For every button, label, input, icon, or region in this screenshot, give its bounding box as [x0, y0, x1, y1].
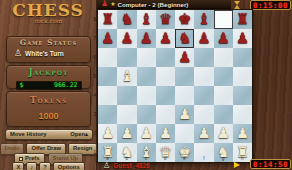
rank-label-1: 1 [90, 143, 96, 162]
jackpot-value: 966.22 [54, 81, 77, 89]
white-pawn: ♟ [233, 124, 252, 143]
red-knight: ♞ [117, 10, 136, 29]
square-c3[interactable] [137, 105, 156, 124]
sound-icon[interactable]: ♪ [26, 162, 37, 170]
rank-labels: 87654321 [90, 10, 96, 162]
square-e4[interactable] [175, 86, 194, 105]
white-bishop: ♝ [117, 67, 136, 86]
white-pawn-player-icon: ♙ [103, 162, 110, 170]
red-king: ♚ [175, 10, 194, 29]
rank-label-5: 5 [90, 67, 96, 86]
square-a7[interactable]: ♟ [98, 29, 117, 48]
square-g4[interactable] [214, 86, 233, 105]
square-b6[interactable] [117, 48, 136, 67]
options-button[interactable]: Options [53, 162, 85, 170]
move-history-open: Open▴ [70, 132, 88, 138]
hourglass-icon [234, 1, 241, 9]
red-pawn: ♟ [98, 29, 117, 48]
red-pawn: ♟ [175, 48, 194, 67]
jackpot-value-display: $ 966.22 [16, 81, 82, 90]
chess-board: ♜♞♝♛♚♝♜♟♟♟♟♞♟♟♟♟♝♟♟♟♟♟♟♟♟♜♞♝♛♚♞♜ [97, 9, 253, 163]
square-c7[interactable]: ♟ [137, 29, 156, 48]
red-bishop: ♝ [137, 10, 156, 29]
square-d6[interactable] [156, 48, 175, 67]
turn-arrow-icon: ▶ [234, 161, 240, 169]
square-c8[interactable]: ♝ [137, 10, 156, 29]
square-h4[interactable] [233, 86, 252, 105]
square-f6[interactable] [194, 48, 213, 67]
square-d4[interactable] [156, 86, 175, 105]
white-pawn: ♟ [98, 124, 117, 143]
square-d2[interactable]: ♟ [156, 124, 175, 143]
red-rook: ♜ [98, 10, 117, 29]
rank-label-8: 8 [90, 10, 96, 29]
help-button[interactable]: ? [39, 162, 51, 170]
jackpot-title: Jackpot [7, 66, 90, 78]
player-name: Guest_4826 [113, 162, 150, 169]
square-g7[interactable]: ♟ [214, 29, 233, 48]
square-b8[interactable]: ♞ [117, 10, 136, 29]
square-c4[interactable] [137, 86, 156, 105]
rank-label-6: 6 [90, 48, 96, 67]
star-icon: ★ [110, 1, 115, 7]
square-a6[interactable] [98, 48, 117, 67]
square-g3[interactable] [214, 105, 233, 124]
square-c5[interactable] [137, 67, 156, 86]
sidebar: CHESS rock.com Game Status ♙ White's Tur… [0, 0, 97, 170]
white-pawn: ♟ [137, 124, 156, 143]
square-f5[interactable] [194, 67, 213, 86]
tokens-panel: Tokens 1000 [6, 91, 91, 127]
opponent-name: Computer - 2 (Beginner) [118, 1, 189, 8]
red-pawn: ♟ [137, 29, 156, 48]
square-e5[interactable] [175, 67, 194, 86]
white-pawn: ♟ [156, 124, 175, 143]
square-f3[interactable] [194, 105, 213, 124]
rank-label-4: 4 [90, 86, 96, 105]
square-h6[interactable] [233, 48, 252, 67]
square-b5[interactable]: ♝ [117, 67, 136, 86]
close-button[interactable]: X [12, 162, 24, 170]
square-e2[interactable] [175, 124, 194, 143]
square-a2[interactable]: ♟ [98, 124, 117, 143]
white-pawn: ♟ [194, 124, 213, 143]
square-c2[interactable]: ♟ [137, 124, 156, 143]
square-c6[interactable] [137, 48, 156, 67]
square-h7[interactable]: ♟ [233, 29, 252, 48]
square-h8[interactable]: ♜ [233, 10, 252, 29]
square-g8[interactable] [214, 10, 233, 29]
red-knight: ♞ [175, 29, 194, 48]
red-pawn: ♟ [156, 29, 175, 48]
rank-label-7: 7 [90, 29, 96, 48]
action-row-3: X ♪ ? Options [0, 162, 97, 170]
opponent-bar: ♟ ★ Computer - 2 (Beginner) [97, 0, 231, 9]
red-pawn: ♟ [233, 29, 252, 48]
red-pawn: ♟ [194, 29, 213, 48]
square-e6[interactable]: ♟ [175, 48, 194, 67]
square-g5[interactable] [214, 67, 233, 86]
rank-label-2: 2 [90, 124, 96, 143]
white-pawn: ♟ [214, 124, 233, 143]
square-d5[interactable] [156, 67, 175, 86]
red-rook: ♜ [233, 10, 252, 29]
app-logo: CHESS rock.com [0, 0, 96, 24]
opponent-clock: 0:15:00 [250, 0, 291, 10]
square-a5[interactable] [98, 67, 117, 86]
square-f7[interactable]: ♟ [194, 29, 213, 48]
square-e8[interactable]: ♚ [175, 10, 194, 29]
red-pawn-icon: ♟ [101, 0, 108, 8]
red-bishop: ♝ [194, 10, 213, 29]
white-pawn-icon: ♙ [14, 49, 22, 58]
square-a8[interactable]: ♜ [98, 10, 117, 29]
square-f8[interactable]: ♝ [194, 10, 213, 29]
chevron-up-icon: ▴ [85, 131, 88, 137]
red-queen: ♛ [156, 10, 175, 29]
white-pawn: ♟ [175, 105, 194, 124]
square-d8[interactable]: ♛ [156, 10, 175, 29]
move-history-label: Move History [10, 132, 46, 138]
square-f4[interactable] [194, 86, 213, 105]
square-d3[interactable] [156, 105, 175, 124]
square-e7[interactable]: ♞ [175, 29, 194, 48]
square-b3[interactable] [117, 105, 136, 124]
square-a4[interactable] [98, 86, 117, 105]
red-pawn: ♟ [117, 29, 136, 48]
square-b7[interactable]: ♟ [117, 29, 136, 48]
game-status-title: Game Status [7, 37, 90, 47]
square-e3[interactable]: ♟ [175, 105, 194, 124]
square-b4[interactable] [117, 86, 136, 105]
square-g2[interactable]: ♟ [214, 124, 233, 143]
red-pawn: ♟ [214, 29, 233, 48]
chess-app-window: CHESS rock.com Game Status ♙ White's Tur… [0, 0, 292, 170]
square-b2[interactable]: ♟ [117, 124, 136, 143]
square-h2[interactable]: ♟ [233, 124, 252, 143]
game-status-panel: Game Status ♙ White's Turn [6, 36, 91, 63]
square-h3[interactable] [233, 105, 252, 124]
square-h5[interactable] [233, 67, 252, 86]
square-f2[interactable]: ♟ [194, 124, 213, 143]
square-a3[interactable] [98, 105, 117, 124]
turn-indicator: White's Turn [25, 50, 64, 57]
white-pawn: ♟ [117, 124, 136, 143]
player-clock: 0:14:50 [250, 159, 291, 169]
jackpot-panel: Jackpot $ 966.22 [6, 65, 91, 89]
prefs-icon [19, 157, 23, 161]
square-g6[interactable] [214, 48, 233, 67]
tokens-title: Tokens [7, 92, 90, 106]
move-history-toggle[interactable]: Move History Open▴ [5, 129, 93, 140]
jackpot-currency: $ [20, 81, 24, 89]
square-d7[interactable]: ♟ [156, 29, 175, 48]
rank-label-3: 3 [90, 105, 96, 124]
tokens-value: 1000 [7, 111, 90, 121]
